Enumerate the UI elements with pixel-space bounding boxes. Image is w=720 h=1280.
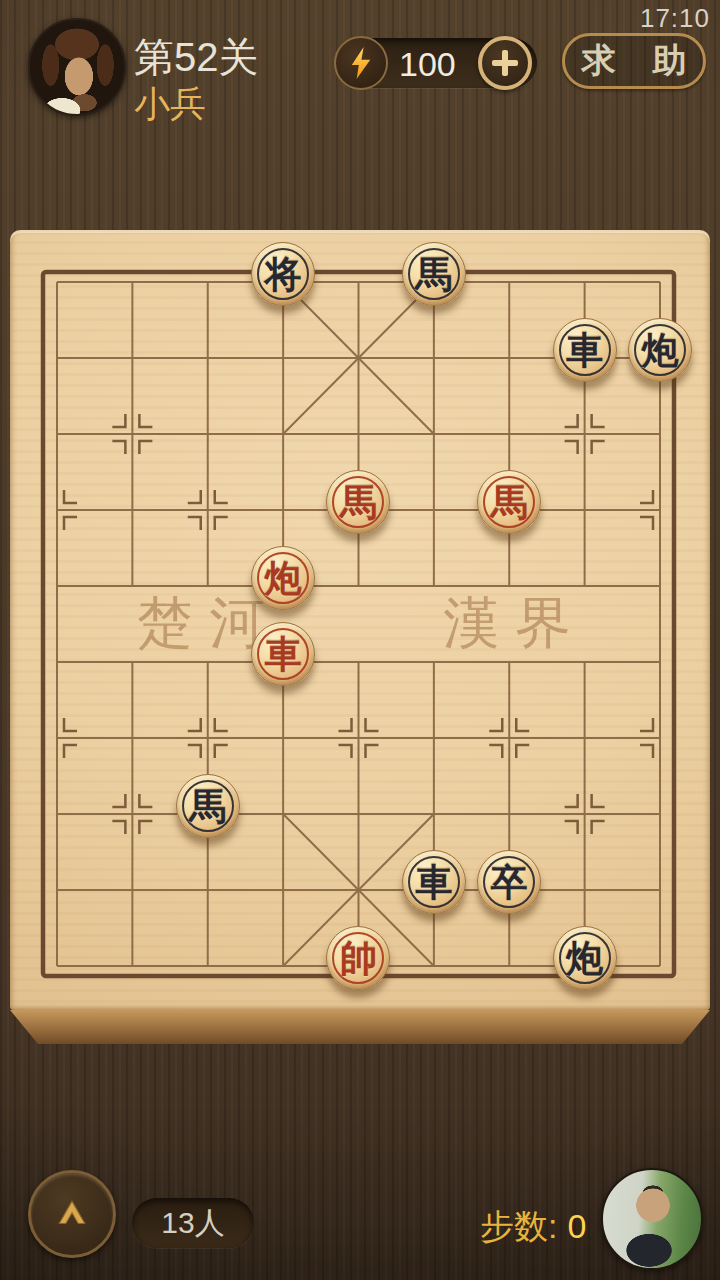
player-avatar[interactable] <box>28 18 126 116</box>
piece-black-horse-1[interactable]: 馬 <box>402 242 466 306</box>
clock-time: 17:10 <box>640 3 710 34</box>
stage-name: 小兵 <box>134 80 206 129</box>
piece-black-general[interactable]: 将 <box>251 242 315 306</box>
online-players-badge: 13人 <box>132 1198 254 1248</box>
piece-glyph: 卒 <box>478 851 540 913</box>
piece-red-general[interactable]: 帥 <box>326 926 390 990</box>
menu-button[interactable] <box>28 1170 116 1258</box>
board-grid: 将馬車炮馬馬炮車馬車卒帥炮 <box>19 244 697 1004</box>
plus-icon <box>492 50 518 76</box>
opponent-avatar[interactable] <box>601 1168 703 1270</box>
piece-glyph: 車 <box>252 623 314 685</box>
help-button[interactable]: 求 助 <box>562 33 706 89</box>
piece-black-chariot-1[interactable]: 車 <box>553 318 617 382</box>
piece-glyph: 馬 <box>478 471 540 533</box>
steps-label: 步数: <box>480 1207 557 1245</box>
piece-glyph: 将 <box>252 243 314 305</box>
piece-black-cannon-2[interactable]: 炮 <box>553 926 617 990</box>
chevron-logo-icon <box>48 1190 96 1238</box>
energy-icon-circle <box>334 36 388 90</box>
piece-black-cannon-1[interactable]: 炮 <box>628 318 692 382</box>
piece-glyph: 馬 <box>177 775 239 837</box>
piece-glyph: 炮 <box>252 547 314 609</box>
piece-glyph: 帥 <box>327 927 389 989</box>
piece-black-soldier-1[interactable]: 卒 <box>477 850 541 914</box>
energy-value: 100 <box>399 45 456 84</box>
piece-red-horse-2[interactable]: 馬 <box>477 470 541 534</box>
level-title: 第52关 <box>134 30 259 85</box>
lightning-icon <box>350 47 372 79</box>
board-bevel <box>10 1010 710 1044</box>
piece-glyph: 車 <box>403 851 465 913</box>
piece-red-horse-1[interactable]: 馬 <box>326 470 390 534</box>
add-energy-button[interactable] <box>478 36 532 90</box>
piece-glyph: 車 <box>554 319 616 381</box>
piece-red-chariot-1[interactable]: 車 <box>251 622 315 686</box>
steps-counter: 步数:0 <box>480 1204 586 1250</box>
piece-black-horse-2[interactable]: 馬 <box>176 774 240 838</box>
piece-red-cannon-1[interactable]: 炮 <box>251 546 315 610</box>
piece-glyph: 馬 <box>403 243 465 305</box>
piece-glyph: 馬 <box>327 471 389 533</box>
piece-glyph: 炮 <box>554 927 616 989</box>
xiangqi-board[interactable]: 楚河 漢界 将馬車炮馬馬炮車馬車卒帥炮 <box>10 230 710 1010</box>
piece-glyph: 炮 <box>629 319 691 381</box>
piece-black-chariot-2[interactable]: 車 <box>402 850 466 914</box>
steps-value: 0 <box>567 1207 586 1245</box>
